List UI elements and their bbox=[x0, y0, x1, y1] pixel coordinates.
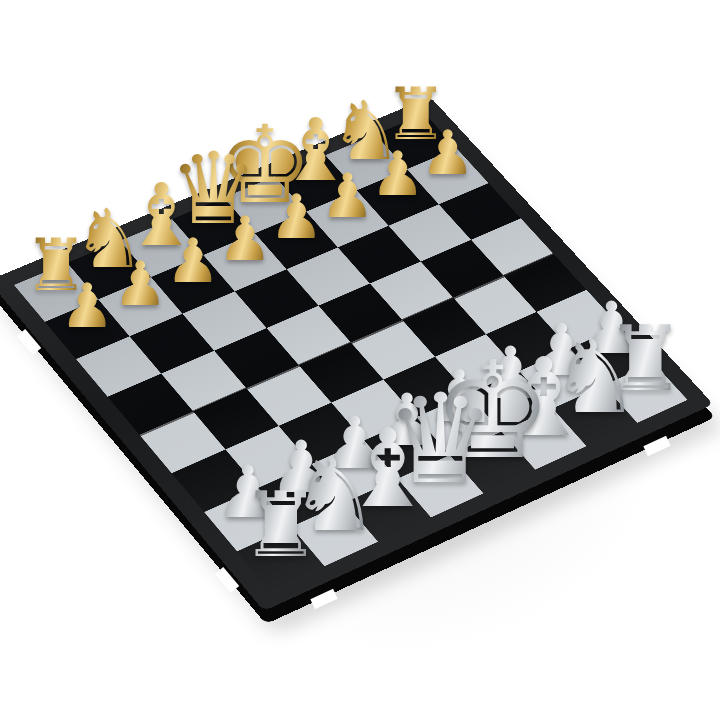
piece-black-pawn-h7[interactable]: ♟ bbox=[420, 122, 475, 183]
piece-black-pawn-g7[interactable]: ♟ bbox=[370, 143, 425, 204]
piece-black-pawn-d7[interactable]: ♟ bbox=[217, 208, 272, 269]
white-rook-glyph: ♜ bbox=[240, 480, 321, 570]
piece-black-pawn-b7[interactable]: ♟ bbox=[113, 253, 168, 314]
piece-black-pawn-a7[interactable]: ♟ bbox=[60, 275, 115, 336]
piece-black-pawn-f7[interactable]: ♟ bbox=[320, 165, 375, 226]
black-pawn-glyph: ♟ bbox=[370, 143, 425, 204]
black-pawn-glyph: ♟ bbox=[420, 122, 475, 183]
black-pawn-glyph: ♟ bbox=[269, 186, 324, 247]
piece-white-rook-a1[interactable]: ♜ bbox=[240, 480, 321, 570]
black-pawn-glyph: ♟ bbox=[60, 275, 115, 336]
black-pawn-glyph: ♟ bbox=[217, 208, 272, 269]
black-pawn-glyph: ♟ bbox=[113, 253, 168, 314]
piece-black-pawn-c7[interactable]: ♟ bbox=[165, 230, 220, 291]
pieces-layer: ♜♞♝♛♚♝♞♜♟♟♟♟♟♟♟♟♟♟♟♟♟♟♟♟♜♞♝♛♚♝♞♜ bbox=[0, 0, 720, 720]
black-pawn-glyph: ♟ bbox=[320, 165, 375, 226]
scene: ♜♞♝♛♚♝♞♜♟♟♟♟♟♟♟♟♟♟♟♟♟♟♟♟♜♞♝♛♚♝♞♜ bbox=[0, 0, 720, 720]
piece-black-pawn-e7[interactable]: ♟ bbox=[269, 186, 324, 247]
black-pawn-glyph: ♟ bbox=[165, 230, 220, 291]
